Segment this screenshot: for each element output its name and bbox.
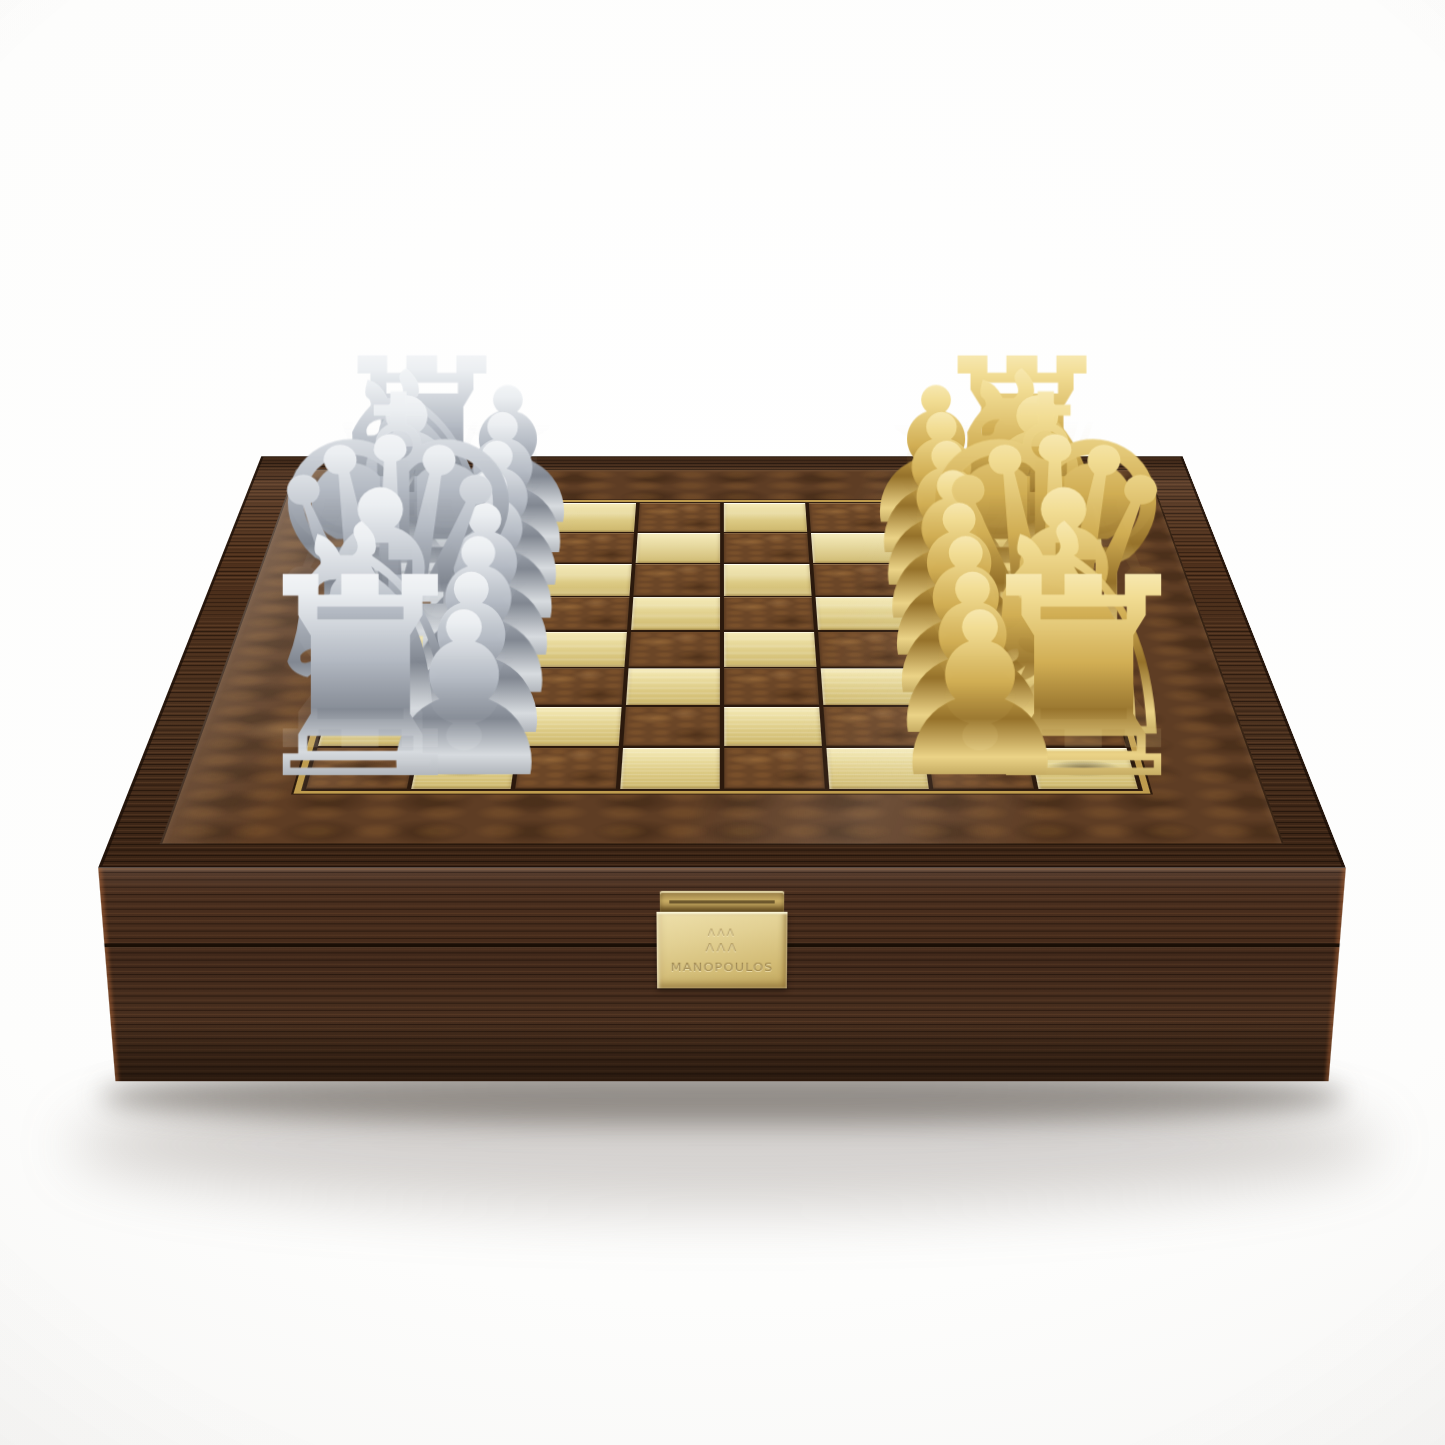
square-g5 [724, 533, 809, 563]
latch-logo-mark: ΛΛΛ [708, 927, 737, 937]
latch-brand-text: MANOPOULOS [670, 960, 773, 973]
latch-catch [660, 891, 784, 912]
latch-plate: ΛΛΛ ΛΛΛ MANOPOULOS [656, 912, 787, 989]
latch-logo-mark: ΛΛΛ [705, 940, 738, 953]
square-e4 [631, 597, 720, 630]
square-e5 [724, 597, 813, 630]
square-h5 [724, 503, 807, 531]
latch: ΛΛΛ ΛΛΛ MANOPOULOS [656, 891, 787, 988]
pieces-layer: ♜♞♝♛♚♝♞♜♟♟♟♟♟♟♟♟♟♟♟♟♟♟♟♟♜♞♝♛♚♝♞♜ [302, 502, 1141, 790]
square-h4 [637, 503, 720, 531]
square-g4 [635, 533, 720, 563]
square-f4 [633, 564, 720, 595]
box-front: ΛΛΛ ΛΛΛ MANOPOULOS [98, 868, 1346, 1082]
black-pawn-glyph: ♟ [879, 583, 1082, 809]
latch-slot [669, 900, 774, 903]
square-f5 [724, 564, 811, 595]
chess-box: ♜♞♝♛♚♝♞♜♟♟♟♟♟♟♟♟♟♟♟♟♟♟♟♟♜♞♝♛♚♝♞♜ ΛΛΛ ΛΛΛ… [98, 456, 1346, 868]
product-photo: ♜♞♝♛♚♝♞♜♟♟♟♟♟♟♟♟♟♟♟♟♟♟♟♟♜♞♝♛♚♝♞♜ ΛΛΛ ΛΛΛ… [0, 0, 1445, 1445]
